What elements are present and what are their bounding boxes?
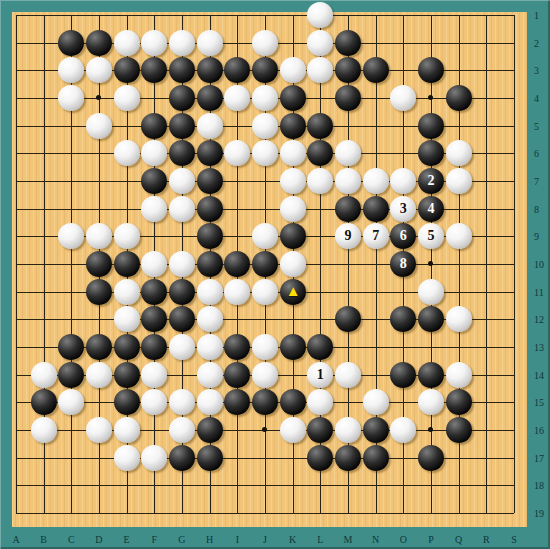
stone-black-D13[interactable] [86, 334, 112, 360]
stone-white-Q9[interactable] [446, 223, 472, 249]
row-label-8: 8 [534, 205, 539, 215]
grid-line [486, 15, 487, 513]
stone-black-H16[interactable] [197, 417, 223, 443]
row-label-3: 3 [534, 66, 539, 76]
column-label-O: O [400, 535, 407, 545]
stone-white-Q6[interactable] [446, 140, 472, 166]
stone-black-K11[interactable] [280, 279, 306, 305]
column-label-A: A [12, 535, 19, 545]
stone-black-C2[interactable] [58, 30, 84, 56]
stone-white-H14[interactable] [197, 362, 223, 388]
stone-black-H8[interactable] [197, 196, 223, 222]
stone-white-G8[interactable] [169, 196, 195, 222]
column-label-M: M [344, 535, 353, 545]
stone-black-M2[interactable] [335, 30, 361, 56]
go-board-app: 234976581▲ABCDEFGHIJKLMNOPQRS12345678910… [0, 0, 550, 549]
grid-line [16, 485, 514, 486]
stone-white-P11[interactable] [418, 279, 444, 305]
stone-black-G17[interactable] [169, 445, 195, 471]
stone-black-H7[interactable] [197, 168, 223, 194]
stone-white-K16[interactable] [280, 417, 306, 443]
row-label-6: 6 [534, 149, 539, 159]
stone-black-K13[interactable] [280, 334, 306, 360]
stone-white-J11[interactable] [252, 279, 278, 305]
column-label-S: S [511, 535, 517, 545]
row-label-12: 12 [534, 315, 544, 325]
row-label-13: 13 [534, 343, 544, 353]
stone-black-H9[interactable] [197, 223, 223, 249]
stone-black-L5[interactable] [307, 113, 333, 139]
stone-white-Q7[interactable] [446, 168, 472, 194]
stone-black-E14[interactable] [114, 362, 140, 388]
stone-white-E17[interactable] [114, 445, 140, 471]
stone-black-M17[interactable] [335, 445, 361, 471]
stone-white-D5[interactable] [86, 113, 112, 139]
stone-white-F14[interactable] [141, 362, 167, 388]
stone-black-N17[interactable] [363, 445, 389, 471]
row-label-5: 5 [534, 122, 539, 132]
stone-white-E11[interactable] [114, 279, 140, 305]
move-number-4: 4 [427, 202, 434, 216]
stone-white-N7[interactable] [363, 168, 389, 194]
column-label-E: E [124, 535, 130, 545]
stone-black-K15[interactable] [280, 389, 306, 415]
stone-white-K10[interactable] [280, 251, 306, 277]
stone-black-P8[interactable]: 4 [418, 196, 444, 222]
row-label-17: 17 [534, 454, 544, 464]
stone-white-H15[interactable] [197, 389, 223, 415]
stone-black-E15[interactable] [114, 389, 140, 415]
stone-white-G10[interactable] [169, 251, 195, 277]
row-label-7: 7 [534, 177, 539, 187]
stone-black-M4[interactable] [335, 85, 361, 111]
stone-black-N8[interactable] [363, 196, 389, 222]
column-label-G: G [178, 535, 185, 545]
move-number-8: 8 [400, 257, 407, 271]
row-label-2: 2 [534, 39, 539, 49]
row-label-9: 9 [534, 232, 539, 242]
row-label-15: 15 [534, 398, 544, 408]
stone-white-J2[interactable] [252, 30, 278, 56]
stone-white-F2[interactable] [141, 30, 167, 56]
stone-black-N16[interactable] [363, 417, 389, 443]
stone-white-E9[interactable] [114, 223, 140, 249]
move-number-6: 6 [400, 229, 407, 243]
stone-white-G13[interactable] [169, 334, 195, 360]
column-label-H: H [206, 535, 213, 545]
stone-black-F5[interactable] [141, 113, 167, 139]
stone-white-O8[interactable]: 3 [390, 196, 416, 222]
stone-black-D10[interactable] [86, 251, 112, 277]
move-number-1: 1 [317, 368, 324, 382]
row-label-14: 14 [534, 371, 544, 381]
column-label-N: N [372, 535, 379, 545]
grid-line [514, 15, 515, 513]
stone-white-H5[interactable] [197, 113, 223, 139]
stone-white-H12[interactable] [197, 306, 223, 332]
stone-white-E4[interactable] [114, 85, 140, 111]
stone-black-P7[interactable]: 2 [418, 168, 444, 194]
column-label-L: L [317, 535, 323, 545]
stone-black-J10[interactable] [252, 251, 278, 277]
stone-black-H6[interactable] [197, 140, 223, 166]
stone-black-K4[interactable] [280, 85, 306, 111]
stone-white-G7[interactable] [169, 168, 195, 194]
stone-black-P14[interactable] [418, 362, 444, 388]
row-label-18: 18 [534, 481, 544, 491]
stone-white-J13[interactable] [252, 334, 278, 360]
column-label-P: P [428, 535, 434, 545]
stone-white-M14[interactable] [335, 362, 361, 388]
stone-white-J14[interactable] [252, 362, 278, 388]
stone-white-E6[interactable] [114, 140, 140, 166]
stone-black-M8[interactable] [335, 196, 361, 222]
stone-black-H3[interactable] [197, 57, 223, 83]
stone-white-K3[interactable] [280, 57, 306, 83]
move-number-3: 3 [400, 202, 407, 216]
stone-white-E16[interactable] [114, 417, 140, 443]
stone-white-E2[interactable] [114, 30, 140, 56]
stone-white-J4[interactable] [252, 85, 278, 111]
row-label-4: 4 [534, 94, 539, 104]
stone-white-H11[interactable] [197, 279, 223, 305]
column-label-D: D [95, 535, 102, 545]
stone-black-G11[interactable] [169, 279, 195, 305]
stone-black-Q16[interactable] [446, 417, 472, 443]
stone-white-H13[interactable] [197, 334, 223, 360]
stone-black-G5[interactable] [169, 113, 195, 139]
stone-black-H4[interactable] [197, 85, 223, 111]
row-label-11: 11 [534, 288, 544, 298]
stone-black-K5[interactable] [280, 113, 306, 139]
column-label-F: F [152, 535, 158, 545]
stone-white-Q14[interactable] [446, 362, 472, 388]
stone-white-G2[interactable] [169, 30, 195, 56]
stone-white-N15[interactable] [363, 389, 389, 415]
move-number-9: 9 [344, 229, 351, 243]
stone-black-N3[interactable] [363, 57, 389, 83]
stone-black-Q15[interactable] [446, 389, 472, 415]
stone-white-B14[interactable] [31, 362, 57, 388]
move-number-2: 2 [427, 174, 434, 188]
column-label-B: B [40, 535, 47, 545]
stone-white-G16[interactable] [169, 417, 195, 443]
stone-black-D2[interactable] [86, 30, 112, 56]
row-label-19: 19 [534, 509, 544, 519]
stone-white-L2[interactable] [307, 30, 333, 56]
stone-white-D14[interactable] [86, 362, 112, 388]
stone-white-Q12[interactable] [446, 306, 472, 332]
stone-white-M7[interactable] [335, 168, 361, 194]
move-number-7: 7 [372, 229, 379, 243]
grid-line [16, 513, 514, 514]
stone-black-E3[interactable] [114, 57, 140, 83]
stone-white-N9[interactable]: 7 [363, 223, 389, 249]
stone-black-P5[interactable] [418, 113, 444, 139]
row-label-16: 16 [534, 426, 544, 436]
column-label-C: C [68, 535, 75, 545]
stone-black-P17[interactable] [418, 445, 444, 471]
stone-white-F8[interactable] [141, 196, 167, 222]
stone-black-O14[interactable] [390, 362, 416, 388]
stone-white-I11[interactable] [224, 279, 250, 305]
column-label-Q: Q [455, 535, 462, 545]
row-label-1: 1 [534, 11, 539, 21]
stone-white-L14[interactable]: 1 [307, 362, 333, 388]
stone-white-M16[interactable] [335, 417, 361, 443]
stone-black-H10[interactable] [197, 251, 223, 277]
stone-black-E10[interactable] [114, 251, 140, 277]
stone-black-L17[interactable] [307, 445, 333, 471]
stone-white-K8[interactable] [280, 196, 306, 222]
stone-black-C14[interactable] [58, 362, 84, 388]
stone-black-E13[interactable] [114, 334, 140, 360]
column-label-I: I [236, 535, 239, 545]
stone-white-B16[interactable] [31, 417, 57, 443]
column-label-J: J [263, 535, 267, 545]
stone-black-B15[interactable] [31, 389, 57, 415]
stone-white-K7[interactable] [280, 168, 306, 194]
column-label-R: R [483, 535, 490, 545]
stone-black-F11[interactable] [141, 279, 167, 305]
stone-black-I14[interactable] [224, 362, 250, 388]
stone-black-G4[interactable] [169, 85, 195, 111]
stone-black-Q4[interactable] [446, 85, 472, 111]
stone-white-K6[interactable] [280, 140, 306, 166]
move-number-5: 5 [427, 229, 434, 243]
stone-white-H2[interactable] [197, 30, 223, 56]
stone-black-K9[interactable] [280, 223, 306, 249]
row-label-10: 10 [534, 260, 544, 270]
stone-white-D16[interactable] [86, 417, 112, 443]
stone-white-F17[interactable] [141, 445, 167, 471]
stone-white-E12[interactable] [114, 306, 140, 332]
stone-black-H17[interactable] [197, 445, 223, 471]
column-label-K: K [289, 535, 296, 545]
stone-black-D11[interactable] [86, 279, 112, 305]
stone-white-J5[interactable] [252, 113, 278, 139]
